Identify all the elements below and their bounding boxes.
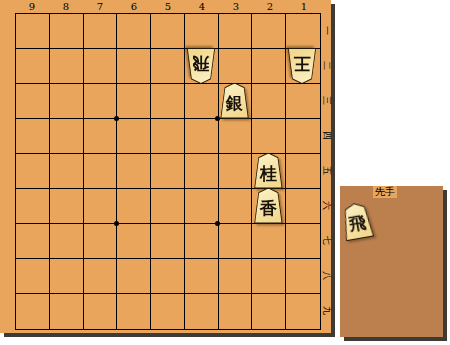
file-label: 2 (253, 0, 287, 13)
board-cell[interactable] (151, 14, 185, 49)
board-cell[interactable] (16, 224, 50, 259)
board-cell[interactable] (185, 259, 219, 294)
piece-gote-rook[interactable]: 飛 (186, 48, 216, 84)
piece-glyph: 桂 (253, 153, 283, 189)
rank-labels: 一二三四五六七八九 (320, 13, 332, 328)
board-cell[interactable] (185, 224, 219, 259)
star-point (114, 116, 119, 121)
board-cell[interactable] (185, 84, 219, 119)
piece-sente-rook[interactable]: 飛 (339, 201, 375, 242)
piece-glyph: 王 (287, 48, 317, 84)
board-cell[interactable] (151, 154, 185, 189)
board-cell[interactable] (84, 294, 118, 329)
board-cell[interactable] (252, 119, 286, 154)
board-cell[interactable] (50, 14, 84, 49)
board-cell[interactable] (50, 49, 84, 84)
file-label: 6 (117, 0, 151, 13)
board-cell[interactable] (185, 14, 219, 49)
rank-label: 八 (309, 270, 344, 282)
file-label: 8 (49, 0, 83, 13)
rank-label: 九 (309, 305, 344, 317)
board-cell[interactable] (50, 84, 84, 119)
board-cell[interactable] (185, 119, 219, 154)
sente-komadai: 先手 飛 (340, 186, 443, 337)
file-label: 4 (185, 0, 219, 13)
board-cell[interactable] (185, 189, 219, 224)
piece-glyph: 銀 (220, 83, 250, 119)
board-cell[interactable] (219, 189, 253, 224)
piece-sente-lance[interactable]: 香 (253, 188, 283, 224)
board-cell[interactable] (117, 259, 151, 294)
board-cell[interactable] (117, 154, 151, 189)
board-cell[interactable] (252, 224, 286, 259)
board-cell[interactable] (50, 189, 84, 224)
file-label: 1 (287, 0, 321, 13)
rank-label: 七 (309, 235, 344, 247)
board-cell[interactable] (151, 224, 185, 259)
board-cell[interactable] (252, 259, 286, 294)
piece-sente-knight[interactable]: 桂 (253, 153, 283, 189)
board-cell[interactable] (84, 49, 118, 84)
board-cell[interactable] (219, 49, 253, 84)
rank-label: 一 (309, 25, 344, 37)
board-cell[interactable] (252, 49, 286, 84)
file-label: 5 (151, 0, 185, 13)
board-cell[interactable] (151, 259, 185, 294)
sente-player-label: 先手 (373, 186, 397, 198)
board-cell[interactable] (219, 14, 253, 49)
shogi-board-panel: 987654321 一二三四五六七八九 飛王銀桂香 (0, 0, 331, 333)
board-cell[interactable] (117, 14, 151, 49)
board-cell[interactable] (50, 294, 84, 329)
board-cell[interactable] (84, 14, 118, 49)
board-cell[interactable] (219, 154, 253, 189)
rank-label: 三 (309, 95, 344, 107)
piece-gote-king[interactable]: 王 (287, 48, 317, 84)
board-cell[interactable] (50, 119, 84, 154)
board-cell[interactable] (185, 154, 219, 189)
board-cell[interactable] (117, 224, 151, 259)
piece-sente-silver[interactable]: 銀 (220, 83, 250, 119)
board-cell[interactable] (16, 84, 50, 119)
board-cell[interactable] (252, 294, 286, 329)
board-cell[interactable] (84, 224, 118, 259)
file-label: 9 (15, 0, 49, 13)
board-cell[interactable] (185, 294, 219, 329)
rank-label: 四 (309, 130, 344, 142)
star-point (114, 221, 119, 226)
star-point (215, 221, 220, 226)
board-cell[interactable] (219, 294, 253, 329)
piece-glyph: 飛 (186, 48, 216, 84)
board-cell[interactable] (151, 84, 185, 119)
board-cell[interactable] (16, 294, 50, 329)
board-cell[interactable] (84, 84, 118, 119)
board-cell[interactable] (84, 119, 118, 154)
board-cell[interactable] (117, 294, 151, 329)
board-cell[interactable] (151, 49, 185, 84)
board-cell[interactable] (16, 14, 50, 49)
board-cell[interactable] (16, 259, 50, 294)
board-cell[interactable] (219, 259, 253, 294)
board-cell[interactable] (117, 84, 151, 119)
board-cell[interactable] (252, 14, 286, 49)
board-cell[interactable] (252, 84, 286, 119)
board-cell[interactable] (117, 119, 151, 154)
file-label: 3 (219, 0, 253, 13)
board-cell[interactable] (16, 119, 50, 154)
board-cell[interactable] (50, 259, 84, 294)
file-labels: 987654321 (15, 0, 321, 13)
board-cell[interactable] (16, 189, 50, 224)
board-cell[interactable] (117, 49, 151, 84)
board-cell[interactable] (84, 189, 118, 224)
board-cell[interactable] (117, 189, 151, 224)
board-cell[interactable] (16, 49, 50, 84)
board-cell[interactable] (151, 189, 185, 224)
board-cell[interactable] (50, 154, 84, 189)
piece-glyph: 香 (253, 188, 283, 224)
board-cell[interactable] (151, 294, 185, 329)
board-cell[interactable] (219, 119, 253, 154)
board-cell[interactable] (219, 224, 253, 259)
rank-label: 五 (309, 165, 344, 177)
board-cell[interactable] (50, 224, 84, 259)
board-cell[interactable] (84, 154, 118, 189)
board-cell[interactable] (84, 259, 118, 294)
board-cell[interactable] (16, 154, 50, 189)
file-label: 7 (83, 0, 117, 13)
piece-glyph: 飛 (339, 201, 375, 242)
board-cell[interactable] (151, 119, 185, 154)
